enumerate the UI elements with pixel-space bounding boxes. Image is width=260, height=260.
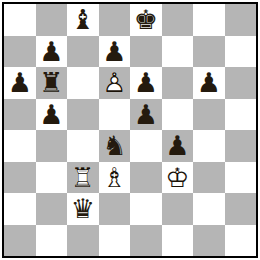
black-pawn: ♟ bbox=[99, 36, 131, 68]
black-bishop: ♝ bbox=[67, 4, 99, 36]
square-h1[interactable] bbox=[225, 225, 257, 257]
square-f1[interactable] bbox=[162, 225, 194, 257]
square-c5[interactable] bbox=[67, 99, 99, 131]
square-c7[interactable] bbox=[67, 36, 99, 68]
square-d2[interactable] bbox=[99, 193, 131, 225]
square-b1[interactable] bbox=[36, 225, 68, 257]
square-g1[interactable] bbox=[193, 225, 225, 257]
white-king: ♚♔ bbox=[162, 162, 194, 194]
square-g4[interactable] bbox=[193, 130, 225, 162]
chess-diagram-frame: ♝♚♟♟♟♜♟♙♟♟♟♟♞♟♜♖♝♗♚♔♛ bbox=[2, 2, 258, 258]
black-pawn: ♟ bbox=[36, 36, 68, 68]
square-g5[interactable] bbox=[193, 99, 225, 131]
square-e8[interactable]: ♚ bbox=[130, 4, 162, 36]
square-b4[interactable] bbox=[36, 130, 68, 162]
black-queen: ♛ bbox=[67, 193, 99, 225]
square-f5[interactable] bbox=[162, 99, 194, 131]
square-d8[interactable] bbox=[99, 4, 131, 36]
square-g2[interactable] bbox=[193, 193, 225, 225]
square-h5[interactable] bbox=[225, 99, 257, 131]
square-a3[interactable] bbox=[4, 162, 36, 194]
square-a4[interactable] bbox=[4, 130, 36, 162]
square-f8[interactable] bbox=[162, 4, 194, 36]
square-b8[interactable] bbox=[36, 4, 68, 36]
black-pawn: ♟ bbox=[193, 67, 225, 99]
black-king: ♚ bbox=[130, 4, 162, 36]
square-a7[interactable] bbox=[4, 36, 36, 68]
square-c8[interactable]: ♝ bbox=[67, 4, 99, 36]
black-pawn: ♟ bbox=[36, 99, 68, 131]
chess-board: ♝♚♟♟♟♜♟♙♟♟♟♟♞♟♜♖♝♗♚♔♛ bbox=[4, 4, 256, 256]
square-g6[interactable]: ♟ bbox=[193, 67, 225, 99]
square-h3[interactable] bbox=[225, 162, 257, 194]
black-pawn: ♟ bbox=[130, 99, 162, 131]
square-e6[interactable]: ♟ bbox=[130, 67, 162, 99]
square-c4[interactable] bbox=[67, 130, 99, 162]
square-g3[interactable] bbox=[193, 162, 225, 194]
square-g7[interactable] bbox=[193, 36, 225, 68]
square-b6[interactable]: ♜ bbox=[36, 67, 68, 99]
square-d7[interactable]: ♟ bbox=[99, 36, 131, 68]
square-b5[interactable]: ♟ bbox=[36, 99, 68, 131]
square-a8[interactable] bbox=[4, 4, 36, 36]
square-a1[interactable] bbox=[4, 225, 36, 257]
black-pawn: ♟ bbox=[4, 67, 36, 99]
white-rook: ♜♖ bbox=[67, 162, 99, 194]
square-e3[interactable] bbox=[130, 162, 162, 194]
square-h8[interactable] bbox=[225, 4, 257, 36]
square-c1[interactable] bbox=[67, 225, 99, 257]
square-e1[interactable] bbox=[130, 225, 162, 257]
square-g8[interactable] bbox=[193, 4, 225, 36]
square-b2[interactable] bbox=[36, 193, 68, 225]
square-h4[interactable] bbox=[225, 130, 257, 162]
square-a6[interactable]: ♟ bbox=[4, 67, 36, 99]
square-c2[interactable]: ♛ bbox=[67, 193, 99, 225]
black-pawn: ♟ bbox=[162, 130, 194, 162]
square-c3[interactable]: ♜♖ bbox=[67, 162, 99, 194]
black-pawn: ♟ bbox=[130, 67, 162, 99]
square-d6[interactable]: ♟♙ bbox=[99, 67, 131, 99]
square-e4[interactable] bbox=[130, 130, 162, 162]
square-d3[interactable]: ♝♗ bbox=[99, 162, 131, 194]
square-h7[interactable] bbox=[225, 36, 257, 68]
square-d1[interactable] bbox=[99, 225, 131, 257]
square-f3[interactable]: ♚♔ bbox=[162, 162, 194, 194]
square-b7[interactable]: ♟ bbox=[36, 36, 68, 68]
square-c6[interactable] bbox=[67, 67, 99, 99]
square-e2[interactable] bbox=[130, 193, 162, 225]
black-knight: ♞ bbox=[99, 130, 131, 162]
square-f6[interactable] bbox=[162, 67, 194, 99]
black-rook: ♜ bbox=[36, 67, 68, 99]
square-f4[interactable]: ♟ bbox=[162, 130, 194, 162]
square-a5[interactable] bbox=[4, 99, 36, 131]
square-a2[interactable] bbox=[4, 193, 36, 225]
square-h2[interactable] bbox=[225, 193, 257, 225]
square-b3[interactable] bbox=[36, 162, 68, 194]
square-f7[interactable] bbox=[162, 36, 194, 68]
square-e7[interactable] bbox=[130, 36, 162, 68]
white-bishop: ♝♗ bbox=[99, 162, 131, 194]
square-h6[interactable] bbox=[225, 67, 257, 99]
square-f2[interactable] bbox=[162, 193, 194, 225]
square-d4[interactable]: ♞ bbox=[99, 130, 131, 162]
square-d5[interactable] bbox=[99, 99, 131, 131]
square-e5[interactable]: ♟ bbox=[130, 99, 162, 131]
white-pawn: ♟♙ bbox=[99, 67, 131, 99]
